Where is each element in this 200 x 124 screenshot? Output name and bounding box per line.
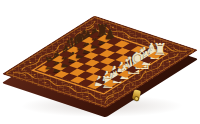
product-photo: ♜♞♝♛♚♝♞♜♟♟♟♟♟♟♟♟♟♟♟♟♟♟♟♟♜♞♝♛♚♝♞♜ [0,0,200,124]
